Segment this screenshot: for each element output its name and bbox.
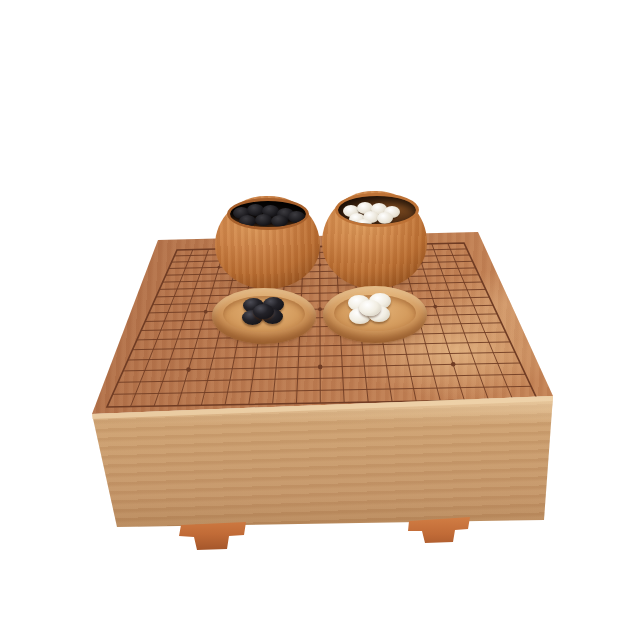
black-stone-on-lid — [253, 304, 274, 319]
black-stone-in-bowl — [288, 211, 305, 223]
black-bowl-opening — [227, 198, 309, 230]
white-bowl-opening — [335, 193, 419, 227]
black-stone-in-bowl — [255, 214, 272, 226]
black-stone-in-bowl — [239, 215, 256, 227]
goban-top-surface — [0, 0, 640, 640]
black-lid-dish — [212, 288, 316, 344]
black-stone-bowl — [215, 196, 320, 289]
white-stone-in-bowl — [356, 219, 372, 227]
white-stone-on-lid — [359, 300, 381, 316]
white-stone-bowl — [322, 191, 427, 289]
goban-product-photo — [0, 0, 640, 640]
white-stone-in-bowl — [377, 212, 393, 224]
white-lid-dish — [323, 286, 427, 343]
black-stone-in-bowl — [271, 215, 288, 227]
